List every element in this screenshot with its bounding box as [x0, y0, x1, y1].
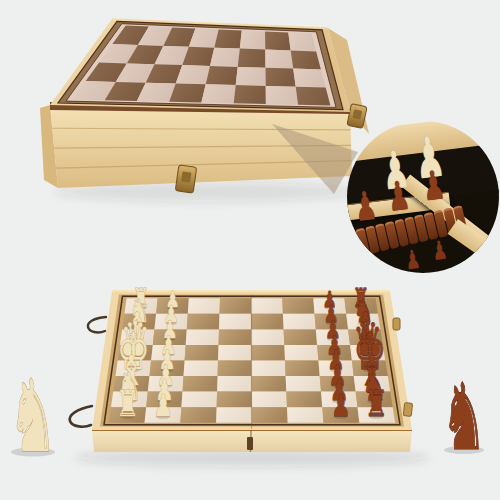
open-board-square-light	[251, 298, 283, 314]
stored-brown-piece: ♟	[431, 237, 449, 265]
open-board-square-light	[252, 392, 287, 408]
open-board-square-dark	[286, 392, 322, 408]
piece-brown-r: ♜	[365, 382, 388, 423]
open-board-square-dark	[217, 392, 252, 408]
brass-latch	[175, 165, 196, 193]
closed-board-square-light	[201, 84, 235, 103]
open-board-square-dark	[252, 376, 287, 392]
open-board-square-dark	[252, 407, 288, 423]
open-board-square-light	[184, 361, 219, 377]
open-board-square-light	[218, 345, 252, 361]
closed-board-square-light	[236, 67, 266, 86]
closed-board-square-dark	[238, 49, 266, 68]
open-board-square-light	[181, 392, 217, 408]
open-board-square-light	[186, 329, 219, 345]
open-board-square-light	[286, 376, 321, 392]
brass-loop	[403, 403, 412, 417]
open-board-square-dark	[285, 361, 320, 377]
closed-board-square-dark	[234, 85, 266, 104]
brown-knight-display-piece: ♞	[441, 363, 486, 471]
storage-interior: ♟♟♟♟♟♟♟	[347, 121, 499, 273]
clasp-hook	[70, 406, 92, 427]
open-board-square-light	[287, 407, 324, 423]
open-board-square-dark	[218, 361, 252, 377]
closed-board-square-dark	[214, 29, 242, 48]
stored-brown-piece: ♟	[352, 185, 379, 227]
open-board-square-dark	[251, 345, 285, 361]
open-board-square-light	[188, 298, 220, 314]
piece-white-p: ♟	[153, 388, 172, 422]
closed-board-square-light	[293, 69, 326, 88]
open-board-square-dark	[180, 407, 216, 423]
closed-board-square-light	[265, 50, 293, 69]
closed-board-square-light	[240, 30, 265, 49]
brass-latch-clasp	[181, 171, 191, 182]
open-board-square-dark	[220, 298, 252, 314]
stored-brown-piece: ♟	[420, 164, 447, 206]
open-board-square-light	[283, 314, 316, 330]
piece-brown-p: ♟	[331, 388, 350, 422]
open-board-square-light	[216, 407, 252, 423]
white-knight-display-piece: ♞	[8, 358, 57, 474]
closed-board-square-dark	[266, 68, 296, 87]
open-board-square-dark	[187, 314, 220, 330]
open-board-square-light	[284, 345, 318, 361]
closed-board-square-dark	[291, 51, 321, 70]
closed-board-square-dark	[206, 66, 238, 85]
product-image-stage: ♜♟♟♜♞♟♟♞♝♟♟♝♛♟♟♛♚♟♟♚♝♟♟♝♞♟♟♞♜♟♟♜♞♞ ♟♟♟♟♟…	[0, 0, 500, 500]
open-board-square-light	[217, 376, 252, 392]
stored-brown-piece: ♟	[385, 175, 412, 217]
open-board-square-dark	[219, 329, 252, 345]
closed-board-square-light	[266, 86, 298, 105]
stored-brown-piece: ♟	[403, 246, 421, 273]
closed-board-square-dark	[296, 87, 331, 106]
open-board-square-light	[252, 361, 286, 377]
open-board-square-dark	[185, 345, 219, 361]
open-board-square-light	[251, 329, 284, 345]
open-board-square-dark	[284, 329, 318, 345]
open-board-square-light	[219, 314, 251, 330]
open-board-square-dark	[183, 376, 218, 392]
open-board-square-dark	[282, 298, 314, 314]
inset-circle-storage-view: ♟♟♟♟♟♟♟	[347, 121, 499, 273]
open-chess-board: ♜♟♟♜♞♟♟♞♝♟♟♝♛♟♟♛♚♟♟♚♝♟♟♝♞♟♟♞♜♟♟♜	[70, 283, 430, 467]
clasp-hook	[88, 317, 106, 332]
brass-loop	[393, 318, 400, 330]
closed-board-square-dark	[265, 31, 291, 50]
piece-white-r: ♜	[116, 382, 139, 423]
closed-board-square-light	[210, 48, 240, 67]
open-board-square-dark	[251, 314, 283, 330]
hinge-clasp	[247, 437, 253, 450]
